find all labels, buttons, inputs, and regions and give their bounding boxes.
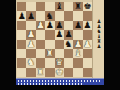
white-pawn-piece[interactable]: ♟	[27, 30, 35, 39]
left-letterbox	[0, 0, 16, 90]
square-c5[interactable]	[36, 30, 45, 39]
square-f1[interactable]	[64, 68, 73, 77]
white-pawn-piece[interactable]: ♟	[74, 40, 82, 49]
square-e4[interactable]	[55, 40, 64, 49]
square-c1[interactable]: ♜	[36, 68, 45, 77]
chess-board[interactable]: ♝♜♚♟♟♞♟♟♟♟♟♟♟♟♟♞♟♟♜♝♞♛♜♚	[17, 2, 92, 77]
square-g7[interactable]	[73, 11, 82, 20]
square-c2[interactable]	[36, 58, 45, 67]
square-d1[interactable]	[45, 68, 54, 77]
black-pawn-piece[interactable]: ♟	[55, 30, 63, 39]
square-e6[interactable]: ♟	[55, 21, 64, 30]
square-e8[interactable]: ♝	[55, 2, 64, 11]
white-pawn-piece[interactable]: ♟	[27, 40, 35, 49]
square-h2[interactable]	[83, 58, 92, 67]
square-e5[interactable]: ♟	[55, 30, 64, 39]
square-g5[interactable]	[73, 30, 82, 39]
black-knight-piece[interactable]: ♞	[46, 11, 54, 20]
square-c4[interactable]	[36, 40, 45, 49]
square-a8[interactable]	[17, 2, 26, 11]
square-c6[interactable]: ♟	[36, 21, 45, 30]
black-pawn-piece[interactable]: ♟	[74, 21, 82, 30]
square-g3[interactable]: ♝	[73, 49, 82, 58]
black-pawn-piece[interactable]: ♟	[18, 11, 26, 20]
square-h4[interactable]: ♟	[83, 40, 92, 49]
black-king-piece[interactable]: ♚	[83, 2, 91, 11]
square-b7[interactable]: ♟	[26, 11, 35, 20]
square-e2[interactable]: ♛	[55, 58, 64, 67]
square-e7[interactable]	[55, 11, 64, 20]
square-f5[interactable]: ♟	[64, 30, 73, 39]
square-d2[interactable]	[45, 58, 54, 67]
square-d6[interactable]: ♟	[45, 21, 54, 30]
square-c8[interactable]	[36, 2, 45, 11]
captured-pieces-tray: ♟♟♞♝♜♟	[94, 19, 104, 49]
black-pawn-piece[interactable]: ♟	[55, 21, 63, 30]
black-bishop-piece[interactable]: ♝	[55, 2, 63, 11]
square-g4[interactable]: ♟	[73, 40, 82, 49]
white-queen-piece[interactable]: ♛	[55, 58, 63, 67]
square-g1[interactable]	[73, 68, 82, 77]
white-knight-piece[interactable]: ♞	[27, 58, 35, 67]
white-pawn-piece[interactable]: ♟	[36, 21, 44, 30]
white-pawn-piece[interactable]: ♟	[83, 40, 91, 49]
square-d3[interactable]: ♜	[45, 49, 54, 58]
square-a6[interactable]	[17, 21, 26, 30]
bottom-letterbox	[0, 85, 120, 90]
black-knight-piece[interactable]: ♞	[65, 40, 73, 49]
square-g8[interactable]: ♜	[73, 2, 82, 11]
square-h1[interactable]	[83, 68, 92, 77]
square-c7[interactable]	[36, 11, 45, 20]
square-h8[interactable]: ♚	[83, 2, 92, 11]
square-d4[interactable]	[45, 40, 54, 49]
white-rook-piece[interactable]: ♜	[36, 68, 44, 77]
square-h3[interactable]	[83, 49, 92, 58]
square-b8[interactable]	[26, 2, 35, 11]
square-b3[interactable]	[26, 49, 35, 58]
white-bishop-piece[interactable]: ♝	[74, 49, 82, 58]
black-pawn-piece[interactable]: ♟	[65, 30, 73, 39]
white-king-piece[interactable]: ♚	[55, 68, 63, 77]
right-letterbox	[104, 0, 120, 90]
square-b5[interactable]: ♟	[26, 30, 35, 39]
square-d7[interactable]: ♞	[45, 11, 54, 20]
square-e1[interactable]: ♚	[55, 68, 64, 77]
square-f4[interactable]: ♞	[64, 40, 73, 49]
square-a3[interactable]	[17, 49, 26, 58]
square-f6[interactable]	[64, 21, 73, 30]
square-b1[interactable]	[26, 68, 35, 77]
square-f2[interactable]	[64, 58, 73, 67]
square-a1[interactable]	[17, 68, 26, 77]
square-b4[interactable]: ♟	[26, 40, 35, 49]
square-a2[interactable]	[17, 58, 26, 67]
square-f7[interactable]	[64, 11, 73, 20]
black-pawn-piece[interactable]: ♟	[27, 11, 35, 20]
square-b6[interactable]	[26, 21, 35, 30]
status-text-line	[18, 80, 100, 82]
square-g6[interactable]: ♟	[73, 21, 82, 30]
square-e3[interactable]	[55, 49, 64, 58]
square-h5[interactable]	[83, 30, 92, 39]
square-g2[interactable]	[73, 58, 82, 67]
square-a5[interactable]	[17, 30, 26, 39]
square-h7[interactable]	[83, 11, 92, 20]
square-h6[interactable]: ♟	[83, 21, 92, 30]
square-f3[interactable]	[64, 49, 73, 58]
square-d5[interactable]	[45, 30, 54, 39]
square-f8[interactable]	[64, 2, 73, 11]
tray-piece-icon: ♟	[97, 44, 101, 49]
square-a4[interactable]	[17, 40, 26, 49]
black-rook-piece[interactable]: ♜	[74, 2, 82, 11]
square-d8[interactable]	[45, 2, 54, 11]
black-pawn-piece[interactable]: ♟	[83, 21, 91, 30]
square-c3[interactable]	[36, 49, 45, 58]
white-rook-piece[interactable]: ♜	[46, 49, 54, 58]
app-window: ♝♜♚♟♟♞♟♟♟♟♟♟♟♟♟♞♟♟♜♝♞♛♜♚ ♟♟♞♝♜♟	[0, 0, 120, 90]
black-pawn-piece[interactable]: ♟	[46, 21, 54, 30]
square-b2[interactable]: ♞	[26, 58, 35, 67]
square-a7[interactable]: ♟	[17, 11, 26, 20]
